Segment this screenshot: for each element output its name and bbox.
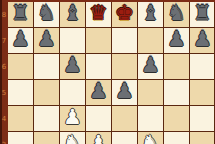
piece-black-pawn[interactable]: ♟	[63, 53, 82, 78]
square-a5[interactable]	[8, 80, 33, 105]
square-f7[interactable]	[138, 28, 163, 53]
square-h5[interactable]	[190, 80, 215, 105]
piece-black-queen[interactable]: ♛	[89, 2, 108, 26]
piece-black-pawn[interactable]: ♟	[141, 53, 160, 78]
rank-label-4: 4	[0, 115, 8, 123]
piece-white-pawn[interactable]: ♟	[63, 105, 82, 130]
square-d5[interactable]: ♟	[86, 80, 111, 105]
rank-label-3: 3	[0, 141, 8, 144]
square-d3[interactable]: ♟	[86, 132, 111, 144]
square-b4[interactable]	[34, 106, 59, 131]
square-b7[interactable]: ♟	[34, 28, 59, 53]
piece-black-pawn[interactable]: ♟	[193, 27, 212, 52]
square-a4[interactable]	[8, 106, 33, 131]
square-a8[interactable]: ♜	[8, 2, 33, 27]
piece-black-pawn[interactable]: ♟	[37, 27, 56, 52]
square-b3[interactable]	[34, 132, 59, 144]
chess-board-frame: ♜♞♝♛♚♝♞♜♟♟♟♟♟♟♟♟♟♞♟♞ 876543	[0, 0, 215, 144]
square-c8[interactable]: ♝	[60, 2, 85, 27]
piece-black-pawn[interactable]: ♟	[115, 79, 134, 104]
square-h4[interactable]	[190, 106, 215, 131]
piece-white-pawn[interactable]: ♟	[89, 131, 108, 144]
square-b5[interactable]	[34, 80, 59, 105]
piece-white-knight[interactable]: ♞	[63, 131, 82, 144]
rank-label-8: 8	[0, 11, 8, 19]
square-d4[interactable]	[86, 106, 111, 131]
square-g7[interactable]: ♟	[164, 28, 189, 53]
square-e8[interactable]: ♚	[112, 2, 137, 27]
piece-black-rook[interactable]: ♜	[11, 2, 30, 26]
square-e4[interactable]	[112, 106, 137, 131]
square-g8[interactable]: ♞	[164, 2, 189, 27]
rank-label-6: 6	[0, 63, 8, 71]
square-h6[interactable]	[190, 54, 215, 79]
square-b6[interactable]	[34, 54, 59, 79]
square-c3[interactable]: ♞	[60, 132, 85, 144]
piece-black-bishop[interactable]: ♝	[141, 2, 160, 26]
piece-black-knight[interactable]: ♞	[37, 2, 56, 26]
square-c7[interactable]	[60, 28, 85, 53]
square-c4[interactable]: ♟	[60, 106, 85, 131]
square-f4[interactable]	[138, 106, 163, 131]
square-g3[interactable]	[164, 132, 189, 144]
square-d7[interactable]	[86, 28, 111, 53]
square-g4[interactable]	[164, 106, 189, 131]
square-d8[interactable]: ♛	[86, 2, 111, 27]
square-f5[interactable]	[138, 80, 163, 105]
square-h8[interactable]: ♜	[190, 2, 215, 27]
square-f8[interactable]: ♝	[138, 2, 163, 27]
piece-black-pawn[interactable]: ♟	[11, 27, 30, 52]
square-g6[interactable]	[164, 54, 189, 79]
square-b8[interactable]: ♞	[34, 2, 59, 27]
square-a7[interactable]: ♟	[8, 28, 33, 53]
chess-board[interactable]: ♜♞♝♛♚♝♞♜♟♟♟♟♟♟♟♟♟♞♟♞	[8, 2, 215, 144]
square-a3[interactable]	[8, 132, 33, 144]
square-d6[interactable]	[86, 54, 111, 79]
square-e5[interactable]: ♟	[112, 80, 137, 105]
piece-white-knight[interactable]: ♞	[141, 131, 160, 144]
square-g5[interactable]	[164, 80, 189, 105]
square-h3[interactable]	[190, 132, 215, 144]
piece-black-pawn[interactable]: ♟	[167, 27, 186, 52]
square-f6[interactable]: ♟	[138, 54, 163, 79]
square-a6[interactable]	[8, 54, 33, 79]
square-c5[interactable]	[60, 80, 85, 105]
square-c6[interactable]: ♟	[60, 54, 85, 79]
square-e3[interactable]	[112, 132, 137, 144]
piece-black-king[interactable]: ♚	[115, 2, 134, 26]
square-h7[interactable]: ♟	[190, 28, 215, 53]
square-f3[interactable]: ♞	[138, 132, 163, 144]
rank-label-7: 7	[0, 37, 8, 45]
square-e6[interactable]	[112, 54, 137, 79]
piece-black-pawn[interactable]: ♟	[89, 79, 108, 104]
rank-label-5: 5	[0, 89, 8, 97]
square-e7[interactable]	[112, 28, 137, 53]
piece-black-rook[interactable]: ♜	[193, 2, 212, 26]
piece-black-knight[interactable]: ♞	[167, 2, 186, 26]
piece-black-bishop[interactable]: ♝	[63, 2, 82, 26]
